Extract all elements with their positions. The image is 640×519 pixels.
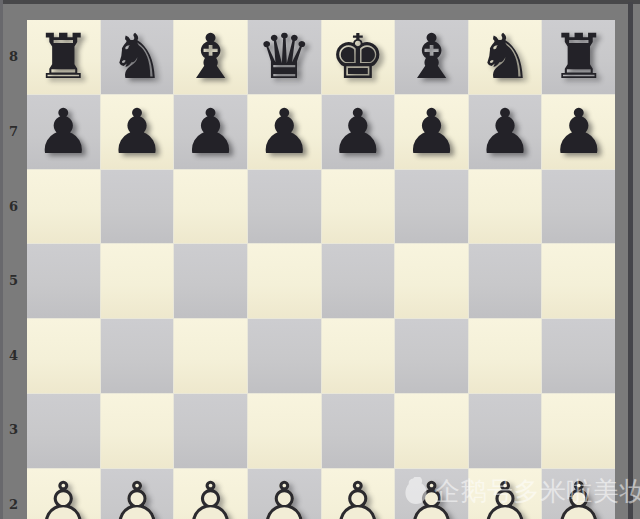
square-g2[interactable]: ♟♙	[469, 469, 542, 519]
square-g3[interactable]	[469, 394, 542, 468]
square-h2[interactable]: ♟♙	[542, 469, 615, 519]
piece-black-pawn[interactable]: ♟	[256, 101, 312, 163]
piece-black-pawn[interactable]: ♟	[109, 101, 165, 163]
rank-label-6: 6	[0, 198, 27, 216]
square-c2[interactable]: ♟♙	[174, 469, 247, 519]
square-f8[interactable]: ♝	[395, 20, 468, 94]
square-e2[interactable]: ♟♙	[322, 469, 395, 519]
square-d8[interactable]: ♛	[248, 20, 321, 94]
piece-black-knight[interactable]: ♞	[109, 26, 165, 88]
rank-label-2: 2	[0, 496, 27, 514]
piece-black-knight[interactable]: ♞	[477, 26, 533, 88]
square-b5[interactable]	[101, 244, 174, 318]
square-b6[interactable]	[101, 170, 174, 244]
piece-outline: ♙	[395, 469, 468, 519]
piece-black-pawn[interactable]: ♟	[183, 101, 239, 163]
piece-outline: ♙	[248, 469, 321, 519]
square-f6[interactable]	[395, 170, 468, 244]
piece-outline: ♙	[322, 469, 395, 519]
square-g5[interactable]	[469, 244, 542, 318]
piece-black-pawn[interactable]: ♟	[404, 101, 460, 163]
square-c3[interactable]	[174, 394, 247, 468]
square-a6[interactable]	[27, 170, 100, 244]
piece-white-pawn[interactable]: ♟♙	[27, 469, 100, 519]
rank-label-5: 5	[0, 272, 27, 290]
board-frame-left-shadow	[0, 0, 3, 519]
rank-label-8: 8	[0, 48, 27, 66]
piece-white-pawn[interactable]: ♟♙	[101, 469, 174, 519]
square-h7[interactable]: ♟	[542, 95, 615, 169]
square-a4[interactable]	[27, 319, 100, 393]
square-e6[interactable]	[322, 170, 395, 244]
square-h5[interactable]	[542, 244, 615, 318]
rank-label-4: 4	[0, 347, 27, 365]
piece-black-pawn[interactable]: ♟	[477, 101, 533, 163]
square-d7[interactable]: ♟	[248, 95, 321, 169]
square-d2[interactable]: ♟♙	[248, 469, 321, 519]
rank-label-3: 3	[0, 421, 27, 439]
piece-white-pawn[interactable]: ♟♙	[395, 469, 468, 519]
board-frame-right-shadow	[628, 2, 633, 519]
square-b3[interactable]	[101, 394, 174, 468]
square-e5[interactable]	[322, 244, 395, 318]
piece-outline: ♙	[101, 469, 174, 519]
piece-white-pawn[interactable]: ♟♙	[322, 469, 395, 519]
piece-black-bishop[interactable]: ♝	[404, 26, 460, 88]
piece-outline: ♙	[27, 469, 100, 519]
square-g7[interactable]: ♟	[469, 95, 542, 169]
piece-black-queen[interactable]: ♛	[256, 26, 312, 88]
square-h6[interactable]	[542, 170, 615, 244]
square-f3[interactable]	[395, 394, 468, 468]
square-b8[interactable]: ♞	[101, 20, 174, 94]
piece-outline: ♙	[469, 469, 542, 519]
square-g8[interactable]: ♞	[469, 20, 542, 94]
square-c7[interactable]: ♟	[174, 95, 247, 169]
piece-black-pawn[interactable]: ♟	[36, 101, 92, 163]
piece-black-king[interactable]: ♚	[330, 26, 386, 88]
piece-black-pawn[interactable]: ♟	[551, 101, 607, 163]
piece-white-pawn[interactable]: ♟♙	[174, 469, 247, 519]
square-d5[interactable]	[248, 244, 321, 318]
square-h4[interactable]	[542, 319, 615, 393]
square-a7[interactable]: ♟	[27, 95, 100, 169]
piece-white-pawn[interactable]: ♟♙	[542, 469, 615, 519]
piece-black-rook[interactable]: ♜	[36, 26, 92, 88]
square-a5[interactable]	[27, 244, 100, 318]
square-h3[interactable]	[542, 394, 615, 468]
square-e3[interactable]	[322, 394, 395, 468]
square-d3[interactable]	[248, 394, 321, 468]
square-b2[interactable]: ♟♙	[101, 469, 174, 519]
piece-white-pawn[interactable]: ♟♙	[469, 469, 542, 519]
piece-black-pawn[interactable]: ♟	[330, 101, 386, 163]
square-g6[interactable]	[469, 170, 542, 244]
piece-black-rook[interactable]: ♜	[551, 26, 607, 88]
square-c5[interactable]	[174, 244, 247, 318]
piece-black-bishop[interactable]: ♝	[183, 26, 239, 88]
chess-board: ♜♞♝♛♚♝♞♜♟♟♟♟♟♟♟♟♟♙♟♙♟♙♟♙♟♙♟♙♟♙♟♙♜♖♞♘♝♗♛♕…	[27, 20, 615, 519]
square-a2[interactable]: ♟♙	[27, 469, 100, 519]
square-e4[interactable]	[322, 319, 395, 393]
square-g4[interactable]	[469, 319, 542, 393]
piece-outline: ♙	[542, 469, 615, 519]
square-f5[interactable]	[395, 244, 468, 318]
piece-white-pawn[interactable]: ♟♙	[248, 469, 321, 519]
square-d6[interactable]	[248, 170, 321, 244]
square-c4[interactable]	[174, 319, 247, 393]
board-frame-top-shadow	[0, 0, 640, 4]
rank-label-7: 7	[0, 123, 27, 141]
square-f4[interactable]	[395, 319, 468, 393]
square-h8[interactable]: ♜	[542, 20, 615, 94]
square-e8[interactable]: ♚	[322, 20, 395, 94]
square-c6[interactable]	[174, 170, 247, 244]
square-f2[interactable]: ♟♙	[395, 469, 468, 519]
square-d4[interactable]	[248, 319, 321, 393]
chess-app-window: ♜♞♝♛♚♝♞♜♟♟♟♟♟♟♟♟♟♙♟♙♟♙♟♙♟♙♟♙♟♙♟♙♜♖♞♘♝♗♛♕…	[0, 0, 640, 519]
square-e7[interactable]: ♟	[322, 95, 395, 169]
square-f7[interactable]: ♟	[395, 95, 468, 169]
square-a8[interactable]: ♜	[27, 20, 100, 94]
square-b7[interactable]: ♟	[101, 95, 174, 169]
square-b4[interactable]	[101, 319, 174, 393]
piece-outline: ♙	[174, 469, 247, 519]
square-c8[interactable]: ♝	[174, 20, 247, 94]
square-a3[interactable]	[27, 394, 100, 468]
